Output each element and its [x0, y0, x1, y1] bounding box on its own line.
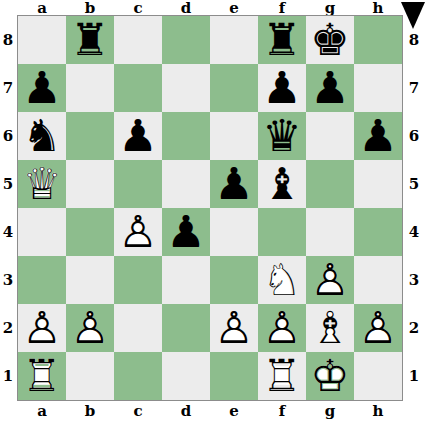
- square-c2[interactable]: [114, 304, 162, 352]
- square-d3[interactable]: [162, 256, 210, 304]
- piece-outline-layer: ♙: [354, 304, 402, 352]
- piece-white-pawn-f2[interactable]: ♟♙: [258, 304, 306, 352]
- rank-label-8: 8: [0, 16, 16, 64]
- rank-label-1: 1: [404, 352, 424, 400]
- square-f1[interactable]: ♜♖: [258, 352, 306, 400]
- piece-outline-layer: ♙: [114, 208, 162, 256]
- file-label-b: b: [66, 0, 114, 15]
- square-h1[interactable]: [354, 352, 402, 400]
- square-b6[interactable]: [66, 112, 114, 160]
- piece-outline-layer: ♕: [18, 160, 66, 208]
- rank-label-5: 5: [404, 160, 424, 208]
- square-e3[interactable]: [210, 256, 258, 304]
- square-h7[interactable]: [354, 64, 402, 112]
- square-e5[interactable]: ♟: [210, 160, 258, 208]
- piece-black-rook-b8[interactable]: ♜: [66, 16, 114, 64]
- file-labels-top: abcdefgh: [18, 0, 402, 15]
- file-label-c: c: [114, 403, 162, 423]
- piece-black-pawn-d4[interactable]: ♟: [162, 208, 210, 256]
- piece-black-king-g8[interactable]: ♚: [306, 16, 354, 64]
- square-c8[interactable]: [114, 16, 162, 64]
- square-g2[interactable]: ♝♗: [306, 304, 354, 352]
- file-labels-bottom: abcdefgh: [18, 403, 402, 423]
- piece-outline-layer: ♙: [306, 256, 354, 304]
- file-label-h: h: [354, 0, 402, 15]
- piece-white-queen-a5[interactable]: ♛♕: [18, 160, 66, 208]
- square-b5[interactable]: [66, 160, 114, 208]
- rank-label-1: 1: [0, 352, 16, 400]
- piece-black-queen-f6[interactable]: ♛: [258, 112, 306, 160]
- square-a5[interactable]: ♛♕: [18, 160, 66, 208]
- file-label-b: b: [66, 403, 114, 423]
- piece-black-knight-a6[interactable]: ♞: [18, 112, 66, 160]
- square-h4[interactable]: [354, 208, 402, 256]
- rank-label-2: 2: [404, 304, 424, 352]
- rank-label-4: 4: [404, 208, 424, 256]
- square-h6[interactable]: ♟: [354, 112, 402, 160]
- piece-outline-layer: ♙: [210, 304, 258, 352]
- square-a2[interactable]: ♟♙: [18, 304, 66, 352]
- rank-label-7: 7: [404, 64, 424, 112]
- square-c3[interactable]: [114, 256, 162, 304]
- square-f7[interactable]: ♟: [258, 64, 306, 112]
- square-e1[interactable]: [210, 352, 258, 400]
- piece-black-pawn-a7[interactable]: ♟: [18, 64, 66, 112]
- square-g7[interactable]: ♟: [306, 64, 354, 112]
- piece-white-pawn-b2[interactable]: ♟♙: [66, 304, 114, 352]
- square-a4[interactable]: [18, 208, 66, 256]
- square-b8[interactable]: ♜: [66, 16, 114, 64]
- square-b4[interactable]: [66, 208, 114, 256]
- file-label-a: a: [18, 0, 66, 15]
- square-d7[interactable]: [162, 64, 210, 112]
- square-c6[interactable]: ♟: [114, 112, 162, 160]
- square-g6[interactable]: [306, 112, 354, 160]
- piece-white-rook-f1[interactable]: ♜♖: [258, 352, 306, 400]
- square-h5[interactable]: [354, 160, 402, 208]
- file-label-e: e: [210, 0, 258, 15]
- rank-labels-left: 87654321: [0, 16, 16, 400]
- square-g5[interactable]: [306, 160, 354, 208]
- square-g8[interactable]: ♚: [306, 16, 354, 64]
- file-label-e: e: [210, 403, 258, 423]
- rank-label-6: 6: [0, 112, 16, 160]
- file-label-a: a: [18, 403, 66, 423]
- piece-black-bishop-f5[interactable]: ♝: [258, 160, 306, 208]
- square-a8[interactable]: [18, 16, 66, 64]
- piece-white-rook-a1[interactable]: ♜♖: [18, 352, 66, 400]
- rank-label-5: 5: [0, 160, 16, 208]
- square-g4[interactable]: [306, 208, 354, 256]
- piece-outline-layer: ♔: [306, 352, 354, 400]
- square-a7[interactable]: ♟: [18, 64, 66, 112]
- piece-white-pawn-g3[interactable]: ♟♙: [306, 256, 354, 304]
- square-b3[interactable]: [66, 256, 114, 304]
- file-label-h: h: [354, 403, 402, 423]
- square-h8[interactable]: [354, 16, 402, 64]
- square-b2[interactable]: ♟♙: [66, 304, 114, 352]
- piece-outline-layer: ♗: [306, 304, 354, 352]
- rank-label-2: 2: [0, 304, 16, 352]
- square-b1[interactable]: [66, 352, 114, 400]
- black-to-move-indicator: [401, 2, 425, 29]
- square-f6[interactable]: ♛: [258, 112, 306, 160]
- square-e6[interactable]: [210, 112, 258, 160]
- square-a3[interactable]: [18, 256, 66, 304]
- square-d8[interactable]: [162, 16, 210, 64]
- square-e2[interactable]: ♟♙: [210, 304, 258, 352]
- rank-label-3: 3: [0, 256, 16, 304]
- rank-label-3: 3: [404, 256, 424, 304]
- square-c7[interactable]: [114, 64, 162, 112]
- file-label-c: c: [114, 0, 162, 15]
- piece-black-pawn-f7[interactable]: ♟: [258, 64, 306, 112]
- piece-white-pawn-e2[interactable]: ♟♙: [210, 304, 258, 352]
- square-c1[interactable]: [114, 352, 162, 400]
- piece-white-pawn-h2[interactable]: ♟♙: [354, 304, 402, 352]
- square-d6[interactable]: [162, 112, 210, 160]
- chess-board: ♜♜♚♟♟♟♞♟♛♟♛♕♟♝♟♙♟♞♘♟♙♟♙♟♙♟♙♟♙♝♗♟♙♜♖♜♖♚♔: [17, 15, 403, 401]
- square-d4[interactable]: ♟: [162, 208, 210, 256]
- piece-white-bishop-g2[interactable]: ♝♗: [306, 304, 354, 352]
- rank-label-6: 6: [404, 112, 424, 160]
- square-h2[interactable]: ♟♙: [354, 304, 402, 352]
- square-f4[interactable]: [258, 208, 306, 256]
- piece-white-pawn-a2[interactable]: ♟♙: [18, 304, 66, 352]
- piece-white-knight-f3[interactable]: ♞♘: [258, 256, 306, 304]
- square-d2[interactable]: [162, 304, 210, 352]
- piece-outline-layer: ♙: [258, 304, 306, 352]
- piece-black-pawn-g7[interactable]: ♟: [306, 64, 354, 112]
- piece-outline-layer: ♙: [18, 304, 66, 352]
- file-label-g: g: [306, 403, 354, 423]
- square-g1[interactable]: ♚♔: [306, 352, 354, 400]
- chess-board-page: abcdefgh 87654321 ♜♜♚♟♟♟♞♟♛♟♛♕♟♝♟♙♟♞♘♟♙♟…: [0, 0, 426, 426]
- square-b7[interactable]: [66, 64, 114, 112]
- piece-outline-layer: ♙: [66, 304, 114, 352]
- rank-labels-right: 87654321: [404, 16, 424, 400]
- piece-white-king-g1[interactable]: ♚♔: [306, 352, 354, 400]
- square-e8[interactable]: [210, 16, 258, 64]
- piece-outline-layer: ♖: [18, 352, 66, 400]
- file-label-d: d: [162, 0, 210, 15]
- square-f3[interactable]: ♞♘: [258, 256, 306, 304]
- square-e4[interactable]: [210, 208, 258, 256]
- file-label-f: f: [258, 0, 306, 15]
- file-label-g: g: [306, 0, 354, 15]
- square-a6[interactable]: ♞: [18, 112, 66, 160]
- square-f5[interactable]: ♝: [258, 160, 306, 208]
- square-g3[interactable]: ♟♙: [306, 256, 354, 304]
- square-d5[interactable]: [162, 160, 210, 208]
- rank-label-4: 4: [0, 208, 16, 256]
- square-e7[interactable]: [210, 64, 258, 112]
- piece-outline-layer: ♘: [258, 256, 306, 304]
- square-d1[interactable]: [162, 352, 210, 400]
- piece-black-rook-f8[interactable]: ♜: [258, 16, 306, 64]
- square-f2[interactable]: ♟♙: [258, 304, 306, 352]
- piece-black-pawn-e5[interactable]: ♟: [210, 160, 258, 208]
- piece-outline-layer: ♖: [258, 352, 306, 400]
- file-label-f: f: [258, 403, 306, 423]
- piece-black-pawn-c6[interactable]: ♟: [114, 112, 162, 160]
- square-f8[interactable]: ♜: [258, 16, 306, 64]
- square-c4[interactable]: ♟♙: [114, 208, 162, 256]
- square-c5[interactable]: [114, 160, 162, 208]
- square-h3[interactable]: [354, 256, 402, 304]
- piece-black-pawn-h6[interactable]: ♟: [354, 112, 402, 160]
- file-label-d: d: [162, 403, 210, 423]
- rank-label-7: 7: [0, 64, 16, 112]
- piece-white-pawn-c4[interactable]: ♟♙: [114, 208, 162, 256]
- square-a1[interactable]: ♜♖: [18, 352, 66, 400]
